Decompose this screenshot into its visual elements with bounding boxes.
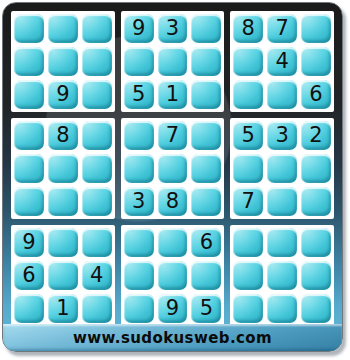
- cell-r6c7: 7: [233, 187, 263, 216]
- cell-r2c6: [191, 47, 221, 76]
- footer-banner: www.sudokusweb.com: [3, 324, 342, 351]
- cell-r6c8: [267, 187, 297, 216]
- cell-r8c6: [191, 261, 221, 290]
- sudoku-grid: 9 9351 8746 8 738 5327 9641 695: [11, 11, 334, 326]
- cell-r6c2: [48, 187, 78, 216]
- cell-r9c9: [301, 294, 331, 323]
- cell-r7c7: [233, 228, 263, 257]
- cell-r8c9: [301, 261, 331, 290]
- cell-r8c4: [124, 261, 154, 290]
- cell-r9c4: [124, 294, 154, 323]
- cell-r5c7: [233, 154, 263, 183]
- cell-r3c6: [191, 80, 221, 109]
- cell-r1c4: 9: [124, 14, 154, 43]
- sudoku-board: 9 9351 8746 8 738 5327 9641 695 www.sudo…: [2, 2, 343, 352]
- cell-r5c6: [191, 154, 221, 183]
- box-1: 9: [11, 11, 115, 112]
- cell-r7c3: [82, 228, 112, 257]
- cell-r8c5: [158, 261, 188, 290]
- cell-r4c6: [191, 121, 221, 150]
- cell-r8c1: 6: [14, 261, 44, 290]
- cell-r1c5: 3: [158, 14, 188, 43]
- cell-r9c8: [267, 294, 297, 323]
- cell-r2c8: 4: [267, 47, 297, 76]
- cell-r1c7: 8: [233, 14, 263, 43]
- cell-r1c9: [301, 14, 331, 43]
- cell-r2c3: [82, 47, 112, 76]
- cell-r4c5: 7: [158, 121, 188, 150]
- cell-r6c6: [191, 187, 221, 216]
- box-3: 8746: [230, 11, 334, 112]
- cell-r7c4: [124, 228, 154, 257]
- cell-r8c2: [48, 261, 78, 290]
- cell-r6c3: [82, 187, 112, 216]
- cell-r1c2: [48, 14, 78, 43]
- box-9: [230, 225, 334, 326]
- cell-r3c4: 5: [124, 80, 154, 109]
- cell-r7c6: 6: [191, 228, 221, 257]
- cell-r2c9: [301, 47, 331, 76]
- cell-r3c3: [82, 80, 112, 109]
- box-4: 8: [11, 118, 115, 219]
- cell-r5c1: [14, 154, 44, 183]
- cell-r3c8: [267, 80, 297, 109]
- cell-r5c2: [48, 154, 78, 183]
- cell-r6c9: [301, 187, 331, 216]
- cell-r7c9: [301, 228, 331, 257]
- box-7: 9641: [11, 225, 115, 326]
- cell-r7c8: [267, 228, 297, 257]
- cell-r4c3: [82, 121, 112, 150]
- cell-r2c4: [124, 47, 154, 76]
- cell-r3c9: 6: [301, 80, 331, 109]
- cell-r4c7: 5: [233, 121, 263, 150]
- box-2: 9351: [121, 11, 225, 112]
- cell-r4c8: 3: [267, 121, 297, 150]
- cell-r2c2: [48, 47, 78, 76]
- cell-r9c7: [233, 294, 263, 323]
- cell-r9c2: 1: [48, 294, 78, 323]
- cell-r2c5: [158, 47, 188, 76]
- cell-r8c8: [267, 261, 297, 290]
- cell-r2c1: [14, 47, 44, 76]
- cell-r8c7: [233, 261, 263, 290]
- cell-r1c1: [14, 14, 44, 43]
- cell-r5c3: [82, 154, 112, 183]
- site-url: www.sudokusweb.com: [73, 329, 272, 347]
- cell-r1c8: 7: [267, 14, 297, 43]
- box-8: 695: [121, 225, 225, 326]
- cell-r3c2: 9: [48, 80, 78, 109]
- cell-r3c5: 1: [158, 80, 188, 109]
- cell-r9c1: [14, 294, 44, 323]
- cell-r4c4: [124, 121, 154, 150]
- cell-r5c5: [158, 154, 188, 183]
- cell-r5c8: [267, 154, 297, 183]
- cell-r5c9: [301, 154, 331, 183]
- cell-r9c5: 9: [158, 294, 188, 323]
- cell-r7c2: [48, 228, 78, 257]
- cell-r5c4: [124, 154, 154, 183]
- cell-r6c4: 3: [124, 187, 154, 216]
- cell-r6c1: [14, 187, 44, 216]
- cell-r6c5: 8: [158, 187, 188, 216]
- cell-r8c3: 4: [82, 261, 112, 290]
- cell-r4c9: 2: [301, 121, 331, 150]
- cell-r4c2: 8: [48, 121, 78, 150]
- cell-r3c7: [233, 80, 263, 109]
- cell-r7c1: 9: [14, 228, 44, 257]
- cell-r9c6: 5: [191, 294, 221, 323]
- cell-r2c7: [233, 47, 263, 76]
- cell-r7c5: [158, 228, 188, 257]
- box-5: 738: [121, 118, 225, 219]
- cell-r4c1: [14, 121, 44, 150]
- cell-r1c6: [191, 14, 221, 43]
- cell-r3c1: [14, 80, 44, 109]
- cell-r1c3: [82, 14, 112, 43]
- box-6: 5327: [230, 118, 334, 219]
- cell-r9c3: [82, 294, 112, 323]
